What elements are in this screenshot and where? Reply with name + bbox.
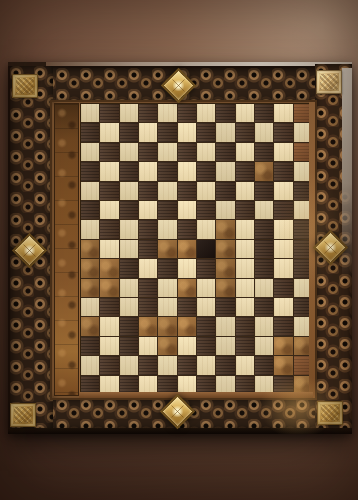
square-r9c8[interactable] (216, 259, 234, 277)
square-r7c11[interactable] (274, 220, 292, 238)
square-r3c7[interactable] (197, 143, 215, 161)
square-r9c5[interactable] (158, 259, 176, 277)
square-r5c8[interactable] (216, 182, 234, 200)
square-r2c10[interactable] (255, 123, 273, 141)
square-r8c7[interactable] (197, 240, 215, 258)
square-r3c11[interactable] (274, 143, 292, 161)
square-r4c4[interactable] (139, 162, 157, 180)
square-r9c11[interactable] (274, 259, 292, 277)
square-r9c4[interactable] (139, 259, 157, 277)
square-r1c7[interactable] (197, 104, 215, 122)
square-r4c8[interactable] (216, 162, 234, 180)
square-r3c9[interactable] (236, 143, 254, 161)
square-r5c3[interactable] (120, 182, 138, 200)
square-r13c10[interactable] (255, 337, 273, 355)
playing-field (50, 100, 317, 400)
square-r6c6[interactable] (178, 201, 196, 219)
square-r8c5[interactable] (158, 240, 176, 258)
brass-rosette-top-right-icon (316, 70, 342, 94)
square-r8c6[interactable] (178, 240, 196, 258)
square-r7c7[interactable] (197, 220, 215, 238)
square-r2c5[interactable] (158, 123, 176, 141)
square-r8c9[interactable] (236, 240, 254, 258)
square-r6c3[interactable] (120, 201, 138, 219)
square-r2c4[interactable] (139, 123, 157, 141)
brass-rosette-bottom-right-icon (317, 401, 343, 425)
square-r1c6[interactable] (178, 104, 196, 122)
square-r9c6[interactable] (178, 259, 196, 277)
square-r4c11[interactable] (274, 162, 292, 180)
square-r2c6[interactable] (178, 123, 196, 141)
square-r2c9[interactable] (236, 123, 254, 141)
square-r3c10[interactable] (255, 143, 273, 161)
square-r11c11[interactable] (274, 298, 292, 316)
diamond-facet (318, 235, 342, 259)
square-r6c11[interactable] (274, 201, 292, 219)
square-r5c9[interactable] (236, 182, 254, 200)
square-r1c5[interactable] (158, 104, 176, 122)
square-r12c8[interactable] (216, 317, 234, 335)
square-r4c1[interactable] (81, 162, 99, 180)
square-r11c5[interactable] (158, 298, 176, 316)
square-r10c11[interactable] (274, 279, 292, 297)
square-r7c3[interactable] (120, 220, 138, 238)
square-r12c3[interactable] (120, 317, 138, 335)
square-r5c10[interactable] (255, 182, 273, 200)
square-r3c5[interactable] (158, 143, 176, 161)
square-r10c4[interactable] (139, 279, 157, 297)
square-r3c3[interactable] (120, 143, 138, 161)
square-r7c8[interactable] (216, 220, 234, 238)
square-r13c5[interactable] (158, 337, 176, 355)
rosette-emboss-pattern (14, 407, 32, 423)
diamond-facet (166, 73, 190, 97)
square-r4c6[interactable] (178, 162, 196, 180)
square-r2c7[interactable] (197, 123, 215, 141)
square-r10c5[interactable] (158, 279, 176, 297)
square-r3c4[interactable] (139, 143, 157, 161)
square-r14c5[interactable] (158, 356, 176, 374)
square-r4c10[interactable] (255, 162, 273, 180)
photo-of-carved-checkerboard (0, 0, 358, 500)
square-r10c8[interactable] (216, 279, 234, 297)
brass-rosette-top-left-icon (12, 74, 38, 98)
square-r5c7[interactable] (197, 182, 215, 200)
square-r2c8[interactable] (216, 123, 234, 141)
square-r12c6[interactable] (178, 317, 196, 335)
square-r13c9[interactable] (236, 337, 254, 355)
frame-bottom-edge (8, 428, 352, 434)
square-r12c4[interactable] (139, 317, 157, 335)
square-r12c9[interactable] (236, 317, 254, 335)
square-r14c7[interactable] (197, 356, 215, 374)
square-r13c3[interactable] (120, 337, 138, 355)
square-r8c11[interactable] (274, 240, 292, 258)
square-r9c1[interactable] (81, 259, 99, 277)
square-r8c2[interactable] (100, 240, 118, 258)
game-board (8, 62, 352, 434)
square-r1c2[interactable] (100, 104, 118, 122)
rosette-emboss-pattern (16, 78, 34, 94)
brass-rosette-bottom-left-icon (10, 403, 36, 427)
diamond-facet (165, 399, 189, 423)
square-r13c6[interactable] (178, 337, 196, 355)
square-r3c8[interactable] (216, 143, 234, 161)
square-r9c3[interactable] (120, 259, 138, 277)
square-r12c7[interactable] (197, 317, 215, 335)
square-r7c6[interactable] (178, 220, 196, 238)
square-r8c4[interactable] (139, 240, 157, 258)
square-r10c10[interactable] (255, 279, 273, 297)
square-r2c3[interactable] (120, 123, 138, 141)
square-r2c2[interactable] (100, 123, 118, 141)
square-r8c1[interactable] (81, 240, 99, 258)
square-r9c9[interactable] (236, 259, 254, 277)
square-r1c9[interactable] (236, 104, 254, 122)
square-r9c10[interactable] (255, 259, 273, 277)
square-r12c2[interactable] (100, 317, 118, 335)
square-r14c10[interactable] (255, 356, 273, 374)
field-right-margin (309, 102, 315, 398)
square-r6c8[interactable] (216, 201, 234, 219)
square-r12c10[interactable] (255, 317, 273, 335)
square-r9c7[interactable] (197, 259, 215, 277)
carved-left-strip (54, 103, 79, 396)
square-r7c4[interactable] (139, 220, 157, 238)
square-r7c2[interactable] (100, 220, 118, 238)
square-r11c1[interactable] (81, 298, 99, 316)
square-r6c9[interactable] (236, 201, 254, 219)
square-r12c5[interactable] (158, 317, 176, 335)
square-r5c2[interactable] (100, 182, 118, 200)
square-r10c7[interactable] (197, 279, 215, 297)
field-bottom-margin (79, 392, 313, 398)
square-r4c5[interactable] (158, 162, 176, 180)
square-r9c2[interactable] (100, 259, 118, 277)
board-grid (80, 103, 313, 395)
square-r10c9[interactable] (236, 279, 254, 297)
square-r5c11[interactable] (274, 182, 292, 200)
rosette-emboss-pattern (320, 74, 338, 90)
square-r8c8[interactable] (216, 240, 234, 258)
square-r11c3[interactable] (120, 298, 138, 316)
square-r3c1[interactable] (81, 143, 99, 161)
square-r14c3[interactable] (120, 356, 138, 374)
square-r1c11[interactable] (274, 104, 292, 122)
square-r1c4[interactable] (139, 104, 157, 122)
square-r5c6[interactable] (178, 182, 196, 200)
square-r11c4[interactable] (139, 298, 157, 316)
square-r11c10[interactable] (255, 298, 273, 316)
square-r6c1[interactable] (81, 201, 99, 219)
square-r3c2[interactable] (100, 143, 118, 161)
square-r7c5[interactable] (158, 220, 176, 238)
square-r7c9[interactable] (236, 220, 254, 238)
square-r14c6[interactable] (178, 356, 196, 374)
square-r11c9[interactable] (236, 298, 254, 316)
square-r12c1[interactable] (81, 317, 99, 335)
square-r11c6[interactable] (178, 298, 196, 316)
square-r8c3[interactable] (120, 240, 138, 258)
square-r1c8[interactable] (216, 104, 234, 122)
square-r8c10[interactable] (255, 240, 273, 258)
square-r14c9[interactable] (236, 356, 254, 374)
square-r6c7[interactable] (197, 201, 215, 219)
square-r13c8[interactable] (216, 337, 234, 355)
square-r4c2[interactable] (100, 162, 118, 180)
square-r6c5[interactable] (158, 201, 176, 219)
rosette-emboss-pattern (321, 405, 339, 421)
square-r14c1[interactable] (81, 356, 99, 374)
square-r13c1[interactable] (81, 337, 99, 355)
square-r5c5[interactable] (158, 182, 176, 200)
square-r10c2[interactable] (100, 279, 118, 297)
square-r7c1[interactable] (81, 220, 99, 238)
square-r4c7[interactable] (197, 162, 215, 180)
square-r14c2[interactable] (100, 356, 118, 374)
square-r4c9[interactable] (236, 162, 254, 180)
square-r2c11[interactable] (274, 123, 292, 141)
square-r13c4[interactable] (139, 337, 157, 355)
square-r5c4[interactable] (139, 182, 157, 200)
square-r6c4[interactable] (139, 201, 157, 219)
square-r11c8[interactable] (216, 298, 234, 316)
square-r11c7[interactable] (197, 298, 215, 316)
square-r4c3[interactable] (120, 162, 138, 180)
square-r1c1[interactable] (81, 104, 99, 122)
square-r13c7[interactable] (197, 337, 215, 355)
square-r10c3[interactable] (120, 279, 138, 297)
square-r14c4[interactable] (139, 356, 157, 374)
square-r2c1[interactable] (81, 123, 99, 141)
square-r13c2[interactable] (100, 337, 118, 355)
square-r14c11[interactable] (274, 356, 292, 374)
square-r1c10[interactable] (255, 104, 273, 122)
square-r12c11[interactable] (274, 317, 292, 335)
square-r5c1[interactable] (81, 182, 99, 200)
square-r10c1[interactable] (81, 279, 99, 297)
square-r11c2[interactable] (100, 298, 118, 316)
diamond-facet (17, 238, 41, 262)
square-r13c11[interactable] (274, 337, 292, 355)
square-r6c2[interactable] (100, 201, 118, 219)
square-r10c6[interactable] (178, 279, 196, 297)
square-r1c3[interactable] (120, 104, 138, 122)
square-r14c8[interactable] (216, 356, 234, 374)
square-r3c6[interactable] (178, 143, 196, 161)
square-r7c10[interactable] (255, 220, 273, 238)
square-r6c10[interactable] (255, 201, 273, 219)
